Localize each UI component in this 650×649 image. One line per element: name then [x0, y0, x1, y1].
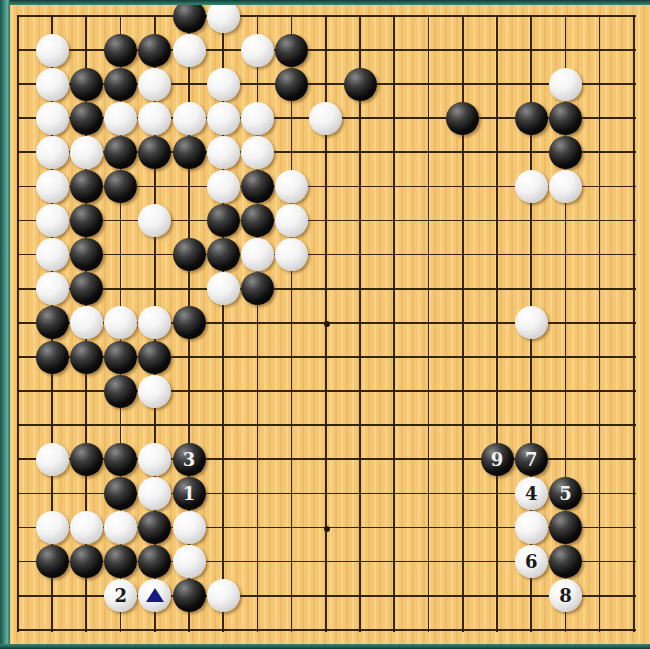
black-stone — [104, 477, 137, 510]
white-stone — [138, 68, 171, 101]
black-stone — [173, 477, 206, 510]
black-stone — [207, 238, 240, 271]
white-stone — [36, 170, 69, 203]
white-stone — [515, 170, 548, 203]
black-stone — [70, 341, 103, 374]
black-stone — [549, 102, 582, 135]
black-stone — [549, 511, 582, 544]
black-stone — [173, 443, 206, 476]
black-stone — [207, 204, 240, 237]
white-stone — [207, 102, 240, 135]
black-stone — [481, 443, 514, 476]
white-stone — [207, 136, 240, 169]
black-stone — [173, 136, 206, 169]
star-point — [324, 526, 330, 532]
white-stone — [207, 68, 240, 101]
white-stone — [241, 102, 274, 135]
black-stone — [70, 443, 103, 476]
white-stone — [36, 34, 69, 67]
white-stone — [36, 238, 69, 271]
white-stone — [173, 511, 206, 544]
white-stone — [138, 102, 171, 135]
black-stone — [241, 204, 274, 237]
black-stone — [173, 579, 206, 612]
white-stone — [70, 136, 103, 169]
black-stone — [104, 443, 137, 476]
black-stone — [515, 443, 548, 476]
black-stone — [36, 341, 69, 374]
white-stone — [36, 272, 69, 305]
white-stone — [173, 545, 206, 578]
black-stone — [515, 102, 548, 135]
white-stone — [549, 170, 582, 203]
white-stone — [207, 170, 240, 203]
black-stone — [70, 102, 103, 135]
go-board-page: 123456789 — [0, 0, 650, 649]
white-stone — [241, 136, 274, 169]
black-stone — [70, 68, 103, 101]
black-stone — [138, 341, 171, 374]
white-stone — [36, 204, 69, 237]
white-stone — [36, 68, 69, 101]
black-stone — [104, 341, 137, 374]
white-stone — [104, 102, 137, 135]
white-stone — [241, 34, 274, 67]
white-stone — [515, 511, 548, 544]
black-stone — [70, 204, 103, 237]
white-stone — [207, 579, 240, 612]
black-stone — [344, 68, 377, 101]
black-stone — [138, 34, 171, 67]
black-stone — [549, 477, 582, 510]
white-stone — [36, 511, 69, 544]
black-stone — [173, 306, 206, 339]
black-stone — [104, 170, 137, 203]
black-stone — [104, 375, 137, 408]
black-stone — [70, 545, 103, 578]
black-stone — [275, 68, 308, 101]
white-stone — [173, 34, 206, 67]
white-stone — [36, 102, 69, 135]
black-stone — [36, 545, 69, 578]
black-stone — [446, 102, 479, 135]
black-stone — [36, 306, 69, 339]
white-stone — [173, 102, 206, 135]
white-stone — [549, 68, 582, 101]
black-stone — [275, 34, 308, 67]
white-stone — [70, 511, 103, 544]
black-stone — [549, 136, 582, 169]
white-stone — [138, 375, 171, 408]
white-stone — [515, 545, 548, 578]
star-point — [324, 321, 330, 327]
black-stone — [241, 170, 274, 203]
white-stone — [36, 443, 69, 476]
black-stone — [104, 136, 137, 169]
black-stone — [173, 238, 206, 271]
board-frame-bottom — [0, 644, 650, 649]
black-stone — [70, 238, 103, 271]
white-stone — [36, 136, 69, 169]
white-stone — [515, 477, 548, 510]
white-stone — [207, 272, 240, 305]
black-stone — [104, 34, 137, 67]
board-frame-top — [0, 0, 650, 5]
black-stone — [104, 68, 137, 101]
board-frame-left — [0, 0, 10, 649]
black-stone — [70, 170, 103, 203]
